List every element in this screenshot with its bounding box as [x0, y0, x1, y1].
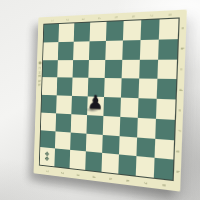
- coordinate-label: 6: [125, 179, 128, 182]
- square: [138, 79, 157, 99]
- square: [105, 40, 123, 59]
- square: [73, 60, 89, 78]
- square: [158, 39, 178, 59]
- square: [85, 152, 102, 172]
- square: [86, 115, 103, 135]
- square: [56, 95, 72, 114]
- square: [157, 79, 177, 99]
- square: [70, 132, 86, 152]
- coordinate-label: b: [180, 48, 184, 51]
- square: [139, 59, 158, 79]
- square: [119, 136, 137, 157]
- square: [57, 60, 73, 78]
- square: [141, 19, 160, 39]
- square: [106, 21, 124, 41]
- square: [89, 41, 106, 60]
- square: [55, 131, 71, 150]
- square: [54, 149, 70, 168]
- brand-logo-icon: ◉: [38, 61, 42, 64]
- coordinate-label: 8: [161, 183, 164, 186]
- brand-letter: S: [38, 80, 40, 82]
- corner-emblem: ❖❖: [40, 147, 55, 166]
- coordinate-label: 3: [81, 17, 83, 19]
- square: [57, 78, 73, 96]
- square: [118, 155, 136, 176]
- coordinate-label: 3: [76, 173, 79, 176]
- square: [40, 130, 55, 149]
- square: [136, 156, 155, 177]
- square: [71, 114, 87, 133]
- coordinate-label: 4: [92, 175, 95, 178]
- coordinate-label: c: [179, 68, 183, 70]
- coordinate-label: 5: [114, 16, 117, 18]
- square: [104, 78, 122, 97]
- brand-letter: H: [38, 71, 40, 74]
- square: [58, 41, 74, 59]
- square: [120, 98, 138, 118]
- photo-backdrop: 12345678 12345678 abcdefgh ◉CHESS ♟❖❖: [0, 0, 200, 200]
- coordinate-label: 8: [168, 13, 171, 15]
- square: [43, 42, 58, 60]
- square: ❖❖: [40, 147, 55, 166]
- emblem-glyph: ❖: [45, 157, 50, 161]
- square: [159, 19, 179, 40]
- black-pawn: ♟: [87, 91, 104, 113]
- coordinate-label: 7: [143, 181, 146, 184]
- coordinate-label: 4: [97, 17, 100, 19]
- coordinate-label: a: [181, 27, 185, 30]
- square: [105, 59, 123, 78]
- square: [136, 137, 155, 158]
- square: [86, 133, 103, 153]
- board-grid: ♟❖❖: [39, 17, 180, 181]
- brand-letter: S: [38, 84, 40, 86]
- coordinate-label: f: [177, 130, 180, 132]
- square: [41, 112, 56, 131]
- square: [140, 39, 159, 59]
- square: [138, 98, 157, 118]
- square: [103, 116, 121, 136]
- square: [70, 150, 86, 170]
- brand-letter: C: [38, 67, 40, 70]
- square: [72, 78, 88, 97]
- square: [74, 23, 90, 42]
- brand-letter: E: [38, 75, 40, 77]
- square: [73, 41, 89, 60]
- coordinate-label: 7: [149, 14, 152, 16]
- square: [122, 40, 140, 60]
- square: [123, 20, 141, 40]
- vinyl-chessboard: 12345678 12345678 abcdefgh ◉CHESS ♟❖❖: [34, 10, 187, 192]
- square: ♟: [87, 96, 104, 115]
- square: [88, 59, 105, 78]
- coordinate-label: h: [176, 170, 180, 173]
- square: [44, 24, 59, 42]
- square: [42, 77, 57, 95]
- coordinate-label: e: [178, 109, 182, 112]
- square: [121, 78, 139, 98]
- coordinate-label: 1: [45, 169, 48, 172]
- square: [122, 59, 140, 78]
- square: [154, 158, 174, 180]
- square: [156, 99, 176, 120]
- square: [103, 97, 121, 117]
- coordinate-label: 2: [66, 18, 68, 20]
- square: [56, 113, 72, 132]
- square: [58, 23, 74, 42]
- square: [137, 118, 156, 139]
- square: [157, 59, 177, 79]
- square: [155, 138, 175, 159]
- square: [71, 96, 87, 115]
- square: [90, 22, 107, 41]
- square: [41, 95, 56, 113]
- square: [43, 60, 58, 78]
- coordinate-label: 5: [108, 177, 111, 180]
- coordinate-label: d: [179, 89, 183, 92]
- square: [101, 153, 118, 174]
- square: [120, 117, 138, 137]
- coordinate-label: g: [176, 150, 180, 153]
- coordinate-label: 2: [60, 171, 63, 174]
- coordinate-label: 6: [131, 15, 134, 17]
- coordinate-label: 1: [51, 19, 53, 21]
- square: [102, 134, 120, 154]
- square: [155, 119, 175, 140]
